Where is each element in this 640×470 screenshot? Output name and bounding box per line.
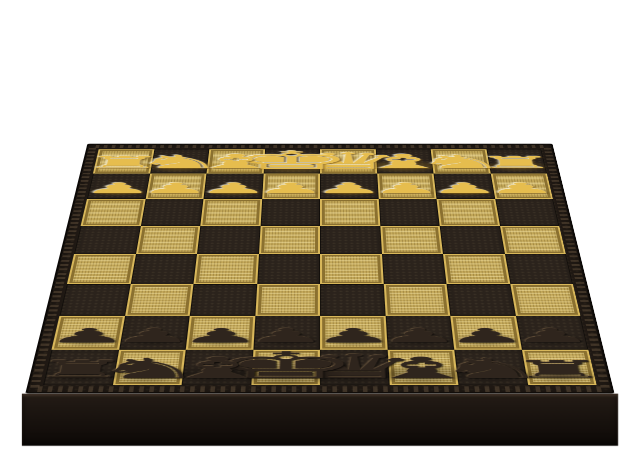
chess-set-photo: ♜♞♝♛♚♝♞♜♟♟♟♟♟♟♟♟♟♟♟♟♟♟♟♟♜♞♝♛♚♝♞♜ xyxy=(0,0,640,470)
square-c4[interactable] xyxy=(380,226,443,254)
square-a5[interactable] xyxy=(505,254,574,284)
square-a8[interactable] xyxy=(521,349,597,385)
square-g3[interactable] xyxy=(141,199,204,226)
square-a3[interactable] xyxy=(495,199,560,226)
chess-board: ♜♞♝♛♚♝♞♜♟♟♟♟♟♟♟♟♟♟♟♟♟♟♟♟♜♞♝♛♚♝♞♜ xyxy=(25,144,614,394)
square-g7[interactable] xyxy=(119,316,190,350)
square-g6[interactable] xyxy=(125,284,194,316)
square-f5[interactable] xyxy=(193,254,258,284)
square-f8[interactable] xyxy=(182,349,253,385)
square-a7[interactable] xyxy=(515,316,588,350)
square-d7[interactable] xyxy=(320,316,387,350)
square-d3[interactable] xyxy=(320,199,380,226)
square-e7[interactable] xyxy=(253,316,320,350)
square-b8[interactable] xyxy=(454,349,527,385)
square-f3[interactable] xyxy=(200,199,261,226)
square-b3[interactable] xyxy=(437,199,500,226)
square-h7[interactable] xyxy=(52,316,125,350)
square-d6[interactable] xyxy=(320,284,385,316)
square-c8[interactable] xyxy=(387,349,458,385)
square-c6[interactable] xyxy=(383,284,450,316)
square-h5[interactable] xyxy=(67,254,136,284)
square-g4[interactable] xyxy=(136,226,201,254)
square-b7[interactable] xyxy=(450,316,521,350)
square-d5[interactable] xyxy=(320,254,383,284)
board-base-front xyxy=(22,394,618,446)
square-h6[interactable] xyxy=(59,284,130,316)
square-b4[interactable] xyxy=(440,226,505,254)
square-e4[interactable] xyxy=(259,226,321,254)
square-b5[interactable] xyxy=(443,254,510,284)
square-d4[interactable] xyxy=(320,226,382,254)
square-c5[interactable] xyxy=(382,254,447,284)
square-f6[interactable] xyxy=(190,284,257,316)
square-h8[interactable] xyxy=(43,349,119,385)
square-c7[interactable] xyxy=(385,316,454,350)
square-g8[interactable] xyxy=(112,349,185,385)
square-h4[interactable] xyxy=(74,226,141,254)
square-e8[interactable] xyxy=(251,349,320,385)
square-c3[interactable] xyxy=(378,199,439,226)
square-e5[interactable] xyxy=(257,254,320,284)
square-g5[interactable] xyxy=(130,254,197,284)
square-a4[interactable] xyxy=(499,226,566,254)
square-d8[interactable] xyxy=(320,349,389,385)
square-b6[interactable] xyxy=(447,284,516,316)
board-border-ornament-bottom xyxy=(37,386,603,391)
square-a6[interactable] xyxy=(510,284,581,316)
square-f7[interactable] xyxy=(186,316,255,350)
square-f4[interactable] xyxy=(197,226,260,254)
square-e3[interactable] xyxy=(260,199,320,226)
square-e6[interactable] xyxy=(255,284,320,316)
square-h3[interactable] xyxy=(81,199,146,226)
